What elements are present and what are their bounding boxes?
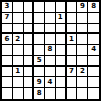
cell-r2c3[interactable] bbox=[24, 13, 35, 24]
cell-r8c3[interactable] bbox=[24, 77, 35, 88]
cell-r1c2[interactable] bbox=[13, 2, 24, 13]
cell-r2c6[interactable]: 1 bbox=[56, 13, 67, 24]
cell-r3c2[interactable] bbox=[13, 24, 24, 35]
cell-r5c1[interactable] bbox=[2, 45, 13, 56]
cell-r8c9[interactable] bbox=[88, 77, 99, 88]
cell-r9c4[interactable]: 8 bbox=[34, 88, 45, 99]
cell-r1c4[interactable] bbox=[34, 2, 45, 13]
cell-r3c5[interactable] bbox=[45, 24, 56, 35]
cell-r5c2[interactable] bbox=[13, 45, 24, 56]
cell-r7c1[interactable] bbox=[2, 67, 13, 78]
cell-r8c4[interactable]: 9 bbox=[34, 77, 45, 88]
cell-r7c8[interactable]: 2 bbox=[77, 67, 88, 78]
cell-r9c5[interactable] bbox=[45, 88, 56, 99]
cell-r7c6[interactable] bbox=[56, 67, 67, 78]
cell-r6c3[interactable] bbox=[24, 56, 35, 67]
cell-r8c7[interactable] bbox=[67, 77, 78, 88]
cell-r9c8[interactable] bbox=[77, 88, 88, 99]
cell-r6c4[interactable]: 5 bbox=[34, 56, 45, 67]
cell-r7c5[interactable] bbox=[45, 67, 56, 78]
cell-r6c7[interactable] bbox=[67, 56, 78, 67]
cell-r1c5[interactable] bbox=[45, 2, 56, 13]
cell-r6c2[interactable] bbox=[13, 56, 24, 67]
cell-r8c5[interactable]: 4 bbox=[45, 77, 56, 88]
cell-r6c5[interactable] bbox=[45, 56, 56, 67]
cell-r5c9[interactable]: 4 bbox=[88, 45, 99, 56]
cell-r5c5[interactable]: 8 bbox=[45, 45, 56, 56]
cell-r7c9[interactable] bbox=[88, 67, 99, 78]
cell-r5c4[interactable] bbox=[34, 45, 45, 56]
cell-r2c9[interactable] bbox=[88, 13, 99, 24]
cell-r3c9[interactable] bbox=[88, 24, 99, 35]
cell-r7c4[interactable] bbox=[34, 67, 45, 78]
cell-r8c2[interactable] bbox=[13, 77, 24, 88]
cell-r4c6[interactable] bbox=[56, 34, 67, 45]
cell-r7c2[interactable]: 1 bbox=[13, 67, 24, 78]
cell-r5c6[interactable] bbox=[56, 45, 67, 56]
cell-r1c8[interactable]: 9 bbox=[77, 2, 88, 13]
cell-r2c8[interactable] bbox=[77, 13, 88, 24]
cell-r6c9[interactable] bbox=[88, 56, 99, 67]
cell-r3c6[interactable] bbox=[56, 24, 67, 35]
cell-r4c2[interactable]: 2 bbox=[13, 34, 24, 45]
cell-r1c1[interactable]: 3 bbox=[2, 2, 13, 13]
cell-r6c8[interactable] bbox=[77, 56, 88, 67]
cell-r1c6[interactable] bbox=[56, 2, 67, 13]
cell-r8c6[interactable] bbox=[56, 77, 67, 88]
cell-r3c3[interactable] bbox=[24, 24, 35, 35]
sudoku-board: 39871621845172948 bbox=[0, 0, 101, 101]
cell-r4c8[interactable] bbox=[77, 34, 88, 45]
cell-r3c8[interactable] bbox=[77, 24, 88, 35]
cell-r1c9[interactable]: 8 bbox=[88, 2, 99, 13]
cell-r2c5[interactable] bbox=[45, 13, 56, 24]
cell-r4c9[interactable] bbox=[88, 34, 99, 45]
cell-r7c3[interactable] bbox=[24, 67, 35, 78]
cell-r2c1[interactable]: 7 bbox=[2, 13, 13, 24]
cell-r9c9[interactable] bbox=[88, 88, 99, 99]
cell-r3c4[interactable] bbox=[34, 24, 45, 35]
cell-r3c1[interactable] bbox=[2, 24, 13, 35]
cell-r4c7[interactable]: 1 bbox=[67, 34, 78, 45]
cell-r4c3[interactable] bbox=[24, 34, 35, 45]
cell-r2c4[interactable] bbox=[34, 13, 45, 24]
cell-r1c3[interactable] bbox=[24, 2, 35, 13]
cell-r6c1[interactable] bbox=[2, 56, 13, 67]
cell-r9c7[interactable] bbox=[67, 88, 78, 99]
cell-r4c5[interactable] bbox=[45, 34, 56, 45]
cell-r8c1[interactable] bbox=[2, 77, 13, 88]
cell-r2c2[interactable] bbox=[13, 13, 24, 24]
cell-r9c2[interactable] bbox=[13, 88, 24, 99]
cell-r7c7[interactable]: 7 bbox=[67, 67, 78, 78]
cell-r6c6[interactable] bbox=[56, 56, 67, 67]
cell-r3c7[interactable] bbox=[67, 24, 78, 35]
cell-r5c3[interactable] bbox=[24, 45, 35, 56]
cell-r9c1[interactable] bbox=[2, 88, 13, 99]
cell-r9c3[interactable] bbox=[24, 88, 35, 99]
cell-r4c4[interactable] bbox=[34, 34, 45, 45]
cell-r9c6[interactable] bbox=[56, 88, 67, 99]
cell-r4c1[interactable]: 6 bbox=[2, 34, 13, 45]
cell-r5c8[interactable] bbox=[77, 45, 88, 56]
cell-r5c7[interactable] bbox=[67, 45, 78, 56]
cell-r8c8[interactable] bbox=[77, 77, 88, 88]
cell-r1c7[interactable] bbox=[67, 2, 78, 13]
cell-r2c7[interactable] bbox=[67, 13, 78, 24]
